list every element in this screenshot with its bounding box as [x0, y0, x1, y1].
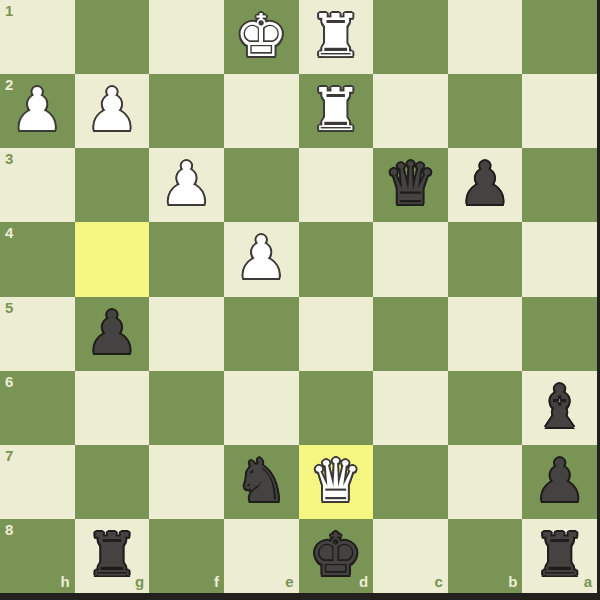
black-knight[interactable]: ♞ [235, 451, 288, 510]
square-g7[interactable] [75, 445, 150, 519]
square-d2[interactable]: ♜ [299, 74, 374, 148]
square-e1[interactable]: ♚ [224, 0, 299, 74]
square-e3[interactable] [224, 148, 299, 222]
black-queen[interactable]: ♛ [384, 154, 437, 213]
black-pawn[interactable]: ♟ [85, 303, 138, 362]
square-b1[interactable] [448, 0, 523, 74]
square-f7[interactable] [149, 445, 224, 519]
file-label-b: b [508, 574, 517, 589]
square-g4[interactable] [75, 222, 150, 296]
square-h3[interactable]: 3 [0, 148, 75, 222]
white-pawn[interactable]: ♟ [11, 80, 64, 139]
rank-label-3: 3 [5, 151, 13, 166]
file-label-g: g [135, 574, 144, 589]
square-h2[interactable]: 2♟ [0, 74, 75, 148]
square-a3[interactable] [522, 148, 597, 222]
square-h7[interactable]: 7 [0, 445, 75, 519]
square-e2[interactable] [224, 74, 299, 148]
square-a8[interactable]: a♜ [522, 519, 597, 593]
square-b7[interactable] [448, 445, 523, 519]
square-f1[interactable] [149, 0, 224, 74]
white-queen[interactable]: ♛ [309, 451, 362, 510]
white-pawn[interactable]: ♟ [85, 80, 138, 139]
file-label-e: e [285, 574, 293, 589]
square-h8[interactable]: 8h [0, 519, 75, 593]
square-a1[interactable] [522, 0, 597, 74]
square-g1[interactable] [75, 0, 150, 74]
file-label-d: d [359, 574, 368, 589]
rank-label-2: 2 [5, 77, 13, 92]
square-a4[interactable] [522, 222, 597, 296]
square-c3[interactable]: ♛ [373, 148, 448, 222]
square-d5[interactable] [299, 297, 374, 371]
square-c6[interactable] [373, 371, 448, 445]
square-d1[interactable]: ♜ [299, 0, 374, 74]
black-rook[interactable]: ♜ [85, 525, 138, 584]
white-pawn[interactable]: ♟ [235, 228, 288, 287]
square-e8[interactable]: e [224, 519, 299, 593]
square-g3[interactable] [75, 148, 150, 222]
square-f5[interactable] [149, 297, 224, 371]
square-e5[interactable] [224, 297, 299, 371]
square-b3[interactable]: ♟ [448, 148, 523, 222]
square-g8[interactable]: g♜ [75, 519, 150, 593]
rank-label-5: 5 [5, 300, 13, 315]
square-f6[interactable] [149, 371, 224, 445]
square-f8[interactable]: f [149, 519, 224, 593]
rank-label-4: 4 [5, 225, 13, 240]
black-pawn[interactable]: ♟ [533, 451, 586, 510]
rank-label-8: 8 [5, 522, 13, 537]
square-f3[interactable]: ♟ [149, 148, 224, 222]
square-b8[interactable]: b [448, 519, 523, 593]
square-a7[interactable]: ♟ [522, 445, 597, 519]
white-pawn[interactable]: ♟ [160, 154, 213, 213]
square-a6[interactable]: ♝ [522, 371, 597, 445]
file-label-c: c [434, 574, 442, 589]
square-c1[interactable] [373, 0, 448, 74]
black-bishop[interactable]: ♝ [533, 377, 586, 436]
black-rook[interactable]: ♜ [533, 525, 586, 584]
square-f2[interactable] [149, 74, 224, 148]
square-f4[interactable] [149, 222, 224, 296]
chess-board: 1♚♜2♟♟♜3♟♛♟4♟5♟6♝7♞♛♟8hg♜fed♚cba♜ [0, 0, 597, 593]
square-e4[interactable]: ♟ [224, 222, 299, 296]
black-pawn[interactable]: ♟ [459, 154, 512, 213]
square-h6[interactable]: 6 [0, 371, 75, 445]
square-c2[interactable] [373, 74, 448, 148]
square-d7[interactable]: ♛ [299, 445, 374, 519]
square-b2[interactable] [448, 74, 523, 148]
square-d8[interactable]: d♚ [299, 519, 374, 593]
square-b5[interactable] [448, 297, 523, 371]
rank-label-1: 1 [5, 3, 13, 18]
square-c7[interactable] [373, 445, 448, 519]
square-b6[interactable] [448, 371, 523, 445]
file-label-a: a [584, 574, 592, 589]
square-c4[interactable] [373, 222, 448, 296]
square-h5[interactable]: 5 [0, 297, 75, 371]
square-d4[interactable] [299, 222, 374, 296]
file-label-h: h [60, 574, 69, 589]
square-e6[interactable] [224, 371, 299, 445]
square-c5[interactable] [373, 297, 448, 371]
page-background: 1♚♜2♟♟♜3♟♛♟4♟5♟6♝7♞♛♟8hg♜fed♚cba♜ [0, 0, 600, 600]
square-d3[interactable] [299, 148, 374, 222]
file-label-f: f [214, 574, 219, 589]
square-c8[interactable]: c [373, 519, 448, 593]
square-a5[interactable] [522, 297, 597, 371]
square-g2[interactable]: ♟ [75, 74, 150, 148]
square-g5[interactable]: ♟ [75, 297, 150, 371]
rank-label-7: 7 [5, 448, 13, 463]
square-b4[interactable] [448, 222, 523, 296]
square-e7[interactable]: ♞ [224, 445, 299, 519]
square-a2[interactable] [522, 74, 597, 148]
square-h1[interactable]: 1 [0, 0, 75, 74]
rank-label-6: 6 [5, 374, 13, 389]
white-rook[interactable]: ♜ [309, 6, 362, 65]
square-h4[interactable]: 4 [0, 222, 75, 296]
white-rook[interactable]: ♜ [309, 80, 362, 139]
square-d6[interactable] [299, 371, 374, 445]
square-g6[interactable] [75, 371, 150, 445]
black-king[interactable]: ♚ [309, 525, 362, 584]
white-king[interactable]: ♚ [235, 6, 288, 65]
